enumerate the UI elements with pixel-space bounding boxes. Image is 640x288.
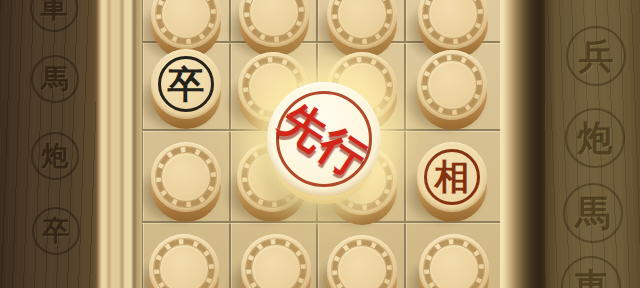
xiangqi-banqi-board: 卒 相 — [0, 0, 640, 288]
right-wood-frame: 兵 炮 馬 車 — [545, 0, 640, 288]
board-right-edge — [500, 0, 545, 288]
carving-char: 炮 — [578, 115, 613, 162]
hidden-piece-r3c1[interactable] — [147, 140, 225, 228]
piece-black-soldier[interactable]: 卒 — [147, 47, 225, 135]
carving-soldier-icon: 卒 — [32, 207, 80, 255]
hidden-piece-r4c1[interactable] — [145, 232, 223, 288]
carving-chariot-icon: 車 — [30, 0, 78, 32]
piece-face — [149, 234, 219, 288]
first-move-token: 先行 — [265, 80, 383, 210]
hidden-piece-r4c2[interactable] — [237, 232, 315, 288]
piece-inner-disc — [254, 247, 298, 288]
carving-char: 兵 — [579, 33, 614, 80]
black-soldier-char: 卒 — [151, 49, 221, 119]
carving-pawn-icon: 兵 — [566, 26, 626, 86]
board-left-rail — [96, 0, 142, 288]
carving-char: 炮 — [42, 138, 69, 174]
first-move-label: 先行 — [245, 60, 403, 218]
piece-inner-disc — [162, 247, 206, 288]
carving-cannon-icon: 炮 — [565, 108, 625, 168]
carving-horse-icon: 馬 — [31, 55, 79, 103]
carving-char: 馬 — [42, 61, 69, 97]
piece-red-elephant[interactable]: 相 — [413, 140, 491, 228]
carving-chariot-icon: 車 — [561, 256, 621, 288]
hidden-piece-r4c4[interactable] — [415, 232, 493, 288]
left-wood-frame: 車 馬 炮 卒 — [0, 0, 96, 288]
carving-cannon-icon: 炮 — [31, 132, 79, 180]
piece-face — [417, 50, 487, 120]
piece-face — [419, 234, 489, 288]
carving-char: 卒 — [43, 213, 70, 249]
carving-char: 馬 — [576, 190, 611, 237]
carving-char: 車 — [41, 0, 68, 26]
carving-char: 車 — [574, 263, 609, 288]
piece-face — [151, 142, 221, 212]
piece-inner-disc — [432, 247, 476, 288]
piece-face — [327, 235, 397, 288]
piece-inner-disc — [340, 248, 384, 288]
piece-inner-disc — [164, 155, 208, 199]
grid-vline-4 — [404, 0, 406, 288]
piece-inner-disc — [430, 63, 474, 107]
hidden-piece-r2c4[interactable] — [413, 48, 491, 136]
red-elephant-char: 相 — [417, 142, 487, 212]
hidden-piece-r4c3[interactable] — [323, 233, 401, 288]
carving-horse-icon: 馬 — [563, 183, 623, 243]
piece-face — [241, 234, 311, 288]
